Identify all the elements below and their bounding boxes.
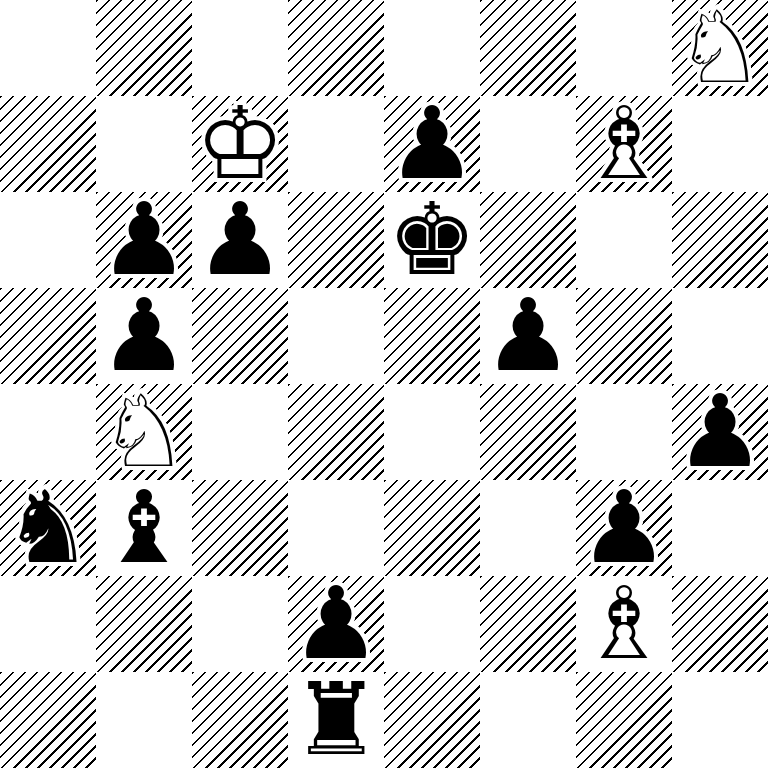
black-pawn-h4: ♟	[672, 384, 768, 480]
square-e2[interactable]	[384, 576, 480, 672]
square-g3[interactable]: ♟♟	[576, 480, 672, 576]
square-b1[interactable]	[96, 672, 192, 768]
square-h6[interactable]	[672, 192, 768, 288]
square-d2[interactable]: ♟♟	[288, 576, 384, 672]
square-d8[interactable]	[288, 0, 384, 96]
square-f7[interactable]	[480, 96, 576, 192]
square-b7[interactable]	[96, 96, 192, 192]
square-g7[interactable]: ♝♗	[576, 96, 672, 192]
square-c4[interactable]	[192, 384, 288, 480]
square-h3[interactable]	[672, 480, 768, 576]
square-d7[interactable]	[288, 96, 384, 192]
square-a3[interactable]: ♞♞	[0, 480, 96, 576]
square-e5[interactable]	[384, 288, 480, 384]
black-pawn-f5: ♟	[480, 288, 576, 384]
piece-halo: ♜	[288, 672, 384, 768]
piece-halo: ♟	[96, 288, 192, 384]
white-bishop-g2: ♗	[576, 576, 672, 672]
square-e7[interactable]: ♟♟	[384, 96, 480, 192]
square-c6[interactable]: ♟♟	[192, 192, 288, 288]
square-a7[interactable]	[0, 96, 96, 192]
piece-halo: ♟	[288, 576, 384, 672]
square-f2[interactable]	[480, 576, 576, 672]
square-g4[interactable]	[576, 384, 672, 480]
piece-halo: ♟	[672, 384, 768, 480]
square-a4[interactable]	[0, 384, 96, 480]
square-c3[interactable]	[192, 480, 288, 576]
square-h4[interactable]: ♟♟	[672, 384, 768, 480]
black-pawn-b5: ♟	[96, 288, 192, 384]
square-g5[interactable]	[576, 288, 672, 384]
piece-halo: ♟	[576, 480, 672, 576]
piece-halo: ♝	[576, 576, 672, 672]
black-pawn-e7: ♟	[384, 96, 480, 192]
square-e4[interactable]	[384, 384, 480, 480]
square-e8[interactable]	[384, 0, 480, 96]
square-f3[interactable]	[480, 480, 576, 576]
square-d1[interactable]: ♜♜	[288, 672, 384, 768]
piece-halo: ♟	[96, 192, 192, 288]
piece-halo: ♟	[480, 288, 576, 384]
square-a1[interactable]	[0, 672, 96, 768]
square-h7[interactable]	[672, 96, 768, 192]
white-knight-b4: ♘	[96, 384, 192, 480]
black-pawn-c6: ♟	[192, 192, 288, 288]
square-e1[interactable]	[384, 672, 480, 768]
square-c8[interactable]	[192, 0, 288, 96]
square-f1[interactable]	[480, 672, 576, 768]
piece-halo: ♞	[672, 0, 768, 96]
square-f6[interactable]	[480, 192, 576, 288]
square-g8[interactable]	[576, 0, 672, 96]
square-b3[interactable]: ♝♝	[96, 480, 192, 576]
white-king-c7: ♔	[192, 96, 288, 192]
piece-halo: ♝	[576, 96, 672, 192]
square-g2[interactable]: ♝♗	[576, 576, 672, 672]
square-d6[interactable]	[288, 192, 384, 288]
piece-halo: ♝	[96, 480, 192, 576]
square-g6[interactable]	[576, 192, 672, 288]
piece-halo: ♞	[96, 384, 192, 480]
square-h5[interactable]	[672, 288, 768, 384]
piece-halo: ♟	[192, 192, 288, 288]
black-pawn-d2: ♟	[288, 576, 384, 672]
black-pawn-g3: ♟	[576, 480, 672, 576]
square-h8[interactable]: ♞♘	[672, 0, 768, 96]
piece-halo: ♚	[384, 192, 480, 288]
square-b6[interactable]: ♟♟	[96, 192, 192, 288]
black-knight-a3: ♞	[0, 480, 96, 576]
chess-board: ♞♘♚♔♟♟♝♗♟♟♟♟♚♚♟♟♟♟♞♘♟♟♞♞♝♝♟♟♟♟♝♗♜♜	[0, 0, 768, 768]
square-a5[interactable]	[0, 288, 96, 384]
square-e3[interactable]	[384, 480, 480, 576]
square-c2[interactable]	[192, 576, 288, 672]
black-bishop-b3: ♝	[96, 480, 192, 576]
square-f5[interactable]: ♟♟	[480, 288, 576, 384]
white-knight-h8: ♘	[672, 0, 768, 96]
square-a2[interactable]	[0, 576, 96, 672]
piece-halo: ♚	[192, 96, 288, 192]
square-f4[interactable]	[480, 384, 576, 480]
white-bishop-g7: ♗	[576, 96, 672, 192]
square-b2[interactable]	[96, 576, 192, 672]
square-a6[interactable]	[0, 192, 96, 288]
square-c1[interactable]	[192, 672, 288, 768]
black-rook-d1: ♜	[288, 672, 384, 768]
square-e6[interactable]: ♚♚	[384, 192, 480, 288]
piece-halo: ♞	[0, 480, 96, 576]
square-h1[interactable]	[672, 672, 768, 768]
square-f8[interactable]	[480, 0, 576, 96]
piece-halo: ♟	[384, 96, 480, 192]
black-pawn-b6: ♟	[96, 192, 192, 288]
black-king-e6: ♚	[384, 192, 480, 288]
square-d3[interactable]	[288, 480, 384, 576]
square-b8[interactable]	[96, 0, 192, 96]
square-c5[interactable]	[192, 288, 288, 384]
square-d4[interactable]	[288, 384, 384, 480]
square-d5[interactable]	[288, 288, 384, 384]
square-b4[interactable]: ♞♘	[96, 384, 192, 480]
square-c7[interactable]: ♚♔	[192, 96, 288, 192]
square-b5[interactable]: ♟♟	[96, 288, 192, 384]
square-a8[interactable]	[0, 0, 96, 96]
square-g1[interactable]	[576, 672, 672, 768]
square-h2[interactable]	[672, 576, 768, 672]
